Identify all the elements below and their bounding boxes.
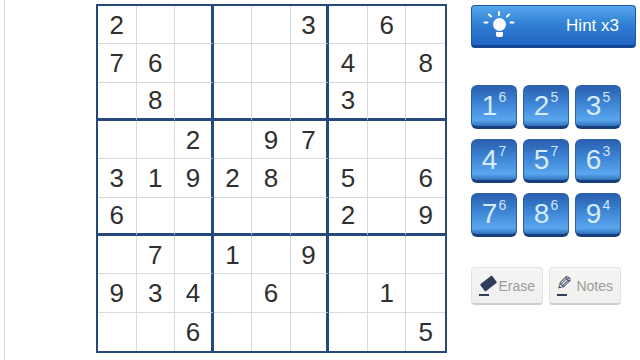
cell-r3c2[interactable]: 8 [137, 83, 176, 121]
cell-r9c5[interactable] [252, 313, 291, 351]
notes-button-label: Notes [576, 278, 613, 294]
digit-9-button[interactable]: 94 [575, 193, 621, 237]
cell-r6c3[interactable] [175, 198, 214, 236]
remaining-count: 5 [602, 90, 610, 104]
digit-7-button[interactable]: 76 [471, 193, 517, 237]
cell-r1c4[interactable] [214, 6, 253, 44]
cell-r1c1[interactable]: 2 [98, 6, 137, 44]
cell-r4c3[interactable]: 2 [175, 121, 214, 159]
digit-label: 4 [482, 146, 498, 174]
digit-label: 9 [586, 200, 602, 228]
remaining-count: 3 [602, 144, 610, 158]
cell-r8c3[interactable]: 4 [175, 274, 214, 312]
remaining-count: 7 [550, 144, 558, 158]
cell-r2c8[interactable] [368, 44, 407, 82]
cell-r3c8[interactable] [368, 83, 407, 121]
cell-r3c4[interactable] [214, 83, 253, 121]
cell-r5c7[interactable]: 5 [329, 159, 368, 197]
cell-r7c4[interactable]: 1 [214, 236, 253, 274]
cell-r1c9[interactable] [406, 6, 445, 44]
digit-5-button[interactable]: 57 [523, 139, 569, 183]
cell-r7c6[interactable]: 9 [291, 236, 330, 274]
remaining-count: 6 [498, 198, 506, 212]
cell-r9c3[interactable]: 6 [175, 313, 214, 351]
cell-r5c4[interactable]: 2 [214, 159, 253, 197]
cell-r3c3[interactable] [175, 83, 214, 121]
number-pad: 162535475763768694 [471, 85, 621, 237]
remaining-count: 6 [498, 90, 506, 104]
notes-button[interactable]: ✎ Notes [549, 267, 621, 305]
remaining-count: 4 [602, 198, 610, 212]
cell-r1c6[interactable]: 3 [291, 6, 330, 44]
cell-r9c9[interactable]: 5 [406, 313, 445, 351]
cell-r2c3[interactable] [175, 44, 214, 82]
digit-3-button[interactable]: 35 [575, 85, 621, 129]
cell-r5c1[interactable]: 3 [98, 159, 137, 197]
cell-r2c7[interactable]: 4 [329, 44, 368, 82]
cell-r9c8[interactable] [368, 313, 407, 351]
cell-r1c7[interactable] [329, 6, 368, 44]
cell-r9c7[interactable] [329, 313, 368, 351]
cell-r4c4[interactable] [214, 121, 253, 159]
digit-label: 2 [534, 92, 550, 120]
cell-r6c9[interactable]: 9 [406, 198, 445, 236]
cell-r2c4[interactable] [214, 44, 253, 82]
digit-4-button[interactable]: 47 [471, 139, 517, 183]
remaining-count: 7 [498, 144, 506, 158]
cell-r4c1[interactable] [98, 121, 137, 159]
cell-r2c1[interactable]: 7 [98, 44, 137, 82]
pencil-icon: ✎ [555, 274, 576, 298]
digit-label: 7 [482, 200, 498, 228]
cell-r7c2[interactable]: 7 [137, 236, 176, 274]
cell-r8c5[interactable]: 6 [252, 274, 291, 312]
cell-r8c7[interactable] [329, 274, 368, 312]
cell-r3c7[interactable]: 3 [329, 83, 368, 121]
cell-r3c5[interactable] [252, 83, 291, 121]
cell-r7c9[interactable] [406, 236, 445, 274]
cell-r1c8[interactable]: 6 [368, 6, 407, 44]
cell-r6c2[interactable] [137, 198, 176, 236]
digit-label: 5 [534, 146, 550, 174]
cell-r5c6[interactable] [291, 159, 330, 197]
cell-r3c9[interactable] [406, 83, 445, 121]
cell-r7c5[interactable] [252, 236, 291, 274]
erase-button-label: Erase [498, 278, 535, 294]
cell-r4c5[interactable]: 9 [252, 121, 291, 159]
lightbulb-icon [485, 11, 513, 41]
cell-r5c9[interactable]: 6 [406, 159, 445, 197]
cell-r3c6[interactable] [291, 83, 330, 121]
hint-button-label: Hint x3 [513, 16, 635, 36]
cell-r6c1[interactable]: 6 [98, 198, 137, 236]
cell-r7c1[interactable] [98, 236, 137, 274]
digit-label: 1 [482, 92, 498, 120]
left-panel-divider [4, 0, 5, 360]
cell-r8c1[interactable]: 9 [98, 274, 137, 312]
digit-2-button[interactable]: 25 [523, 85, 569, 129]
digit-label: 8 [534, 200, 550, 228]
cell-r4c7[interactable] [329, 121, 368, 159]
cell-r6c5[interactable] [252, 198, 291, 236]
cell-r9c4[interactable] [214, 313, 253, 351]
cell-r9c6[interactable] [291, 313, 330, 351]
cell-r1c2[interactable] [137, 6, 176, 44]
cell-r6c8[interactable] [368, 198, 407, 236]
digit-6-button[interactable]: 63 [575, 139, 621, 183]
hint-button[interactable]: Hint x3 [471, 5, 636, 48]
cell-r8c8[interactable]: 1 [368, 274, 407, 312]
cell-r9c1[interactable] [98, 313, 137, 351]
sudoku-board: 23676488329731928566297199346165 [96, 4, 447, 353]
digit-label: 3 [586, 92, 602, 120]
cell-r2c5[interactable] [252, 44, 291, 82]
cell-r8c4[interactable] [214, 274, 253, 312]
remaining-count: 6 [550, 198, 558, 212]
cell-r4c8[interactable] [368, 121, 407, 159]
digit-label: 6 [586, 146, 602, 174]
cell-r1c5[interactable] [252, 6, 291, 44]
cell-r7c3[interactable] [175, 236, 214, 274]
cell-r9c2[interactable] [137, 313, 176, 351]
eraser-icon [477, 274, 498, 298]
remaining-count: 5 [550, 90, 558, 104]
cell-r7c7[interactable] [329, 236, 368, 274]
cell-r5c2[interactable]: 1 [137, 159, 176, 197]
erase-button[interactable]: Erase [471, 267, 543, 305]
cell-r8c9[interactable] [406, 274, 445, 312]
digit-1-button[interactable]: 16 [471, 85, 517, 129]
cell-r6c7[interactable]: 2 [329, 198, 368, 236]
cell-r3c1[interactable] [98, 83, 137, 121]
cell-r6c4[interactable] [214, 198, 253, 236]
cell-r5c5[interactable]: 8 [252, 159, 291, 197]
cell-r4c9[interactable] [406, 121, 445, 159]
cell-r2c2[interactable]: 6 [137, 44, 176, 82]
cell-r6c6[interactable] [291, 198, 330, 236]
cell-r5c3[interactable]: 9 [175, 159, 214, 197]
digit-8-button[interactable]: 86 [523, 193, 569, 237]
cell-r1c3[interactable] [175, 6, 214, 44]
cell-r4c2[interactable] [137, 121, 176, 159]
cell-r8c6[interactable] [291, 274, 330, 312]
action-row: Erase ✎ Notes [471, 267, 621, 305]
cell-r4c6[interactable]: 7 [291, 121, 330, 159]
cell-r7c8[interactable] [368, 236, 407, 274]
cell-r2c6[interactable] [291, 44, 330, 82]
cell-r2c9[interactable]: 8 [406, 44, 445, 82]
cell-r5c8[interactable] [368, 159, 407, 197]
cell-r8c2[interactable]: 3 [137, 274, 176, 312]
